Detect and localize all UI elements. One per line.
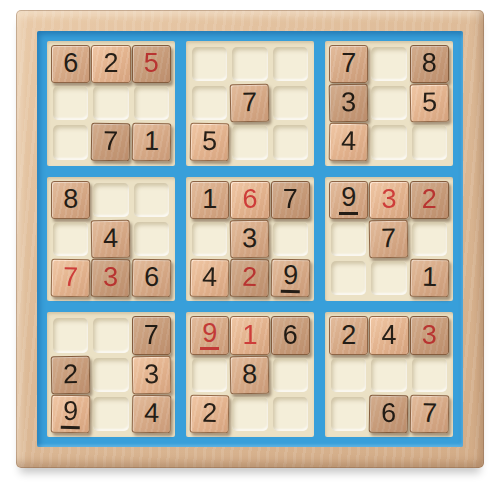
board-cell-r2c5[interactable]: 7: [232, 86, 267, 120]
board-cell-r4c2[interactable]: [93, 183, 128, 217]
number-tile[interactable]: 2: [91, 45, 130, 83]
board-cell-r9c6[interactable]: [273, 397, 308, 431]
board-cell-r6c3[interactable]: 6: [134, 261, 169, 295]
tile-digit: 7: [341, 51, 356, 77]
number-tile[interactable]: 8: [51, 181, 90, 219]
number-tile[interactable]: 4: [91, 220, 131, 259]
board-cell-r5c7[interactable]: [331, 222, 366, 256]
blue-inner-frame: 6257175783548473616734299327172394916822…: [37, 31, 463, 447]
tile-digit: 1: [144, 130, 159, 156]
sub-grid: 93271: [325, 177, 453, 302]
number-tile[interactable]: 9: [51, 394, 91, 433]
board-cell-r6c1[interactable]: 7: [53, 261, 88, 295]
board-cell-r4c8[interactable]: 3: [371, 183, 406, 217]
tile-digit: 2: [103, 51, 118, 77]
tile-digit: 1: [202, 187, 217, 213]
number-tile[interactable]: 6: [131, 259, 171, 298]
board-cell-r9c5[interactable]: [232, 397, 267, 431]
board-cell-r6c8[interactable]: [371, 261, 406, 295]
tile-digit: 5: [144, 51, 159, 77]
tile-digit: 3: [103, 265, 118, 291]
sub-grid: 84736: [47, 177, 175, 302]
number-tile[interactable]: 3: [410, 316, 449, 354]
tile-digit: 3: [341, 90, 356, 116]
board-cell-r6c2[interactable]: 3: [93, 261, 128, 295]
number-tile[interactable]: 3: [230, 220, 270, 259]
board-cell-r9c8[interactable]: 6: [371, 397, 406, 431]
number-tile[interactable]: 7: [409, 394, 449, 433]
board-cell-r9c9[interactable]: 7: [412, 397, 447, 431]
board-cell-r6c6[interactable]: 9: [273, 261, 308, 295]
tile-digit: 7: [242, 90, 257, 116]
board-cell-r5c5[interactable]: 3: [232, 222, 267, 256]
tile-digit: 8: [63, 187, 78, 213]
board-cell-r7c6[interactable]: 6: [273, 318, 308, 352]
tile-digit: 5: [202, 130, 217, 156]
board-cell-r1c7[interactable]: 7: [331, 47, 366, 81]
board-cell-r3c9[interactable]: [412, 125, 447, 159]
board-cell-r5c8[interactable]: 7: [371, 222, 406, 256]
sub-grid: 1673429: [186, 177, 314, 302]
number-tile[interactable]: 6: [230, 181, 269, 219]
board-cell-r6c5[interactable]: 2: [232, 261, 267, 295]
board-cell-r3c3[interactable]: 1: [134, 125, 169, 159]
board-cell-r5c9[interactable]: [412, 222, 447, 256]
tile-digit: 4: [103, 226, 118, 252]
board-cell-r4c3[interactable]: [134, 183, 169, 217]
board-cell-r7c9[interactable]: 3: [412, 318, 447, 352]
tile-digit: 3: [422, 323, 437, 349]
tile-digit: 1: [422, 265, 437, 291]
board-cell-r3c6[interactable]: [273, 125, 308, 159]
sub-grid: 62571: [47, 41, 175, 166]
number-tile[interactable]: 4: [329, 123, 369, 162]
board-cell-r4c1[interactable]: 8: [53, 183, 88, 217]
board-cell-r2c2[interactable]: [93, 86, 128, 120]
board-cell-r2c8[interactable]: [371, 86, 406, 120]
number-tile[interactable]: 7: [369, 220, 409, 259]
sub-grid: 24367: [325, 312, 453, 437]
tile-digit: 9: [61, 399, 81, 429]
tile-digit: 5: [422, 90, 437, 116]
tile-digit: 9: [281, 263, 301, 293]
board-cell-r9c7[interactable]: [331, 397, 366, 431]
board-cell-r5c1[interactable]: [53, 222, 88, 256]
tile-digit: 6: [242, 187, 257, 213]
tile-digit: 4: [144, 401, 159, 427]
number-tile[interactable]: 7: [271, 181, 310, 219]
number-tile[interactable]: 9: [270, 259, 310, 298]
board-cell-r7c1[interactable]: [53, 318, 88, 352]
tile-digit: 7: [422, 401, 437, 427]
number-tile[interactable]: 3: [369, 181, 408, 219]
board-cell-r8c4[interactable]: [192, 358, 227, 392]
board-cell-r5c3[interactable]: [134, 222, 169, 256]
sub-grid: 75: [186, 41, 314, 166]
number-tile[interactable]: 4: [131, 394, 171, 433]
board-cell-r1c2[interactable]: 2: [93, 47, 128, 81]
board-cell-r7c4[interactable]: 9: [192, 318, 227, 352]
tile-digit: 7: [144, 323, 159, 349]
number-tile[interactable]: 6: [51, 45, 90, 83]
board-cell-r4c9[interactable]: 2: [412, 183, 447, 217]
board-cell-r2c4[interactable]: [192, 86, 227, 120]
board-cell-r7c2[interactable]: [93, 318, 128, 352]
board-cell-r8c1[interactable]: 2: [53, 358, 88, 392]
sub-grid: 72394: [47, 312, 175, 437]
sub-grid: 91682: [186, 312, 314, 437]
number-tile[interactable]: 5: [190, 123, 230, 162]
number-tile[interactable]: 8: [230, 355, 270, 394]
sudoku-board-photo: 6257175783548473616734299327172394916822…: [0, 0, 500, 500]
tile-digit: 4: [381, 323, 396, 349]
number-tile[interactable]: 6: [369, 394, 409, 433]
tile-digit: 2: [202, 401, 217, 427]
number-tile[interactable]: 2: [410, 181, 449, 219]
board-cell-r5c2[interactable]: 4: [93, 222, 128, 256]
number-tile[interactable]: 2: [329, 316, 368, 354]
board-cell-r4c4[interactable]: 1: [192, 183, 227, 217]
number-tile[interactable]: 7: [329, 45, 368, 83]
board-cell-r8c7[interactable]: [331, 358, 366, 392]
board-cell-r3c8[interactable]: [371, 125, 406, 159]
board-cell-r2c1[interactable]: [53, 86, 88, 120]
number-tile[interactable]: 7: [230, 84, 270, 123]
board-cell-r6c9[interactable]: 1: [412, 261, 447, 295]
number-tile[interactable]: 4: [369, 316, 408, 354]
number-tile[interactable]: 3: [131, 355, 171, 394]
board-cell-r9c1[interactable]: 9: [53, 397, 88, 431]
board-cell-r6c7[interactable]: [331, 261, 366, 295]
board-cell-r8c2[interactable]: [93, 358, 128, 392]
number-tile[interactable]: 7: [51, 259, 91, 298]
board-cell-r8c8[interactable]: [371, 358, 406, 392]
number-tile[interactable]: 9: [329, 181, 368, 219]
number-tile[interactable]: 4: [190, 259, 230, 298]
tile-digit: 7: [283, 187, 298, 213]
board-cell-r7c8[interactable]: 4: [371, 318, 406, 352]
board-cell-r3c2[interactable]: 7: [93, 125, 128, 159]
number-tile[interactable]: 5: [409, 84, 449, 123]
board-cell-r7c3[interactable]: 7: [134, 318, 169, 352]
number-tile[interactable]: 5: [132, 45, 171, 83]
number-tile[interactable]: 3: [329, 84, 369, 123]
tile-digit: 9: [200, 321, 219, 351]
board-cell-r4c6[interactable]: 7: [273, 183, 308, 217]
tile-digit: 3: [242, 226, 257, 252]
board-cell-r1c6[interactable]: [273, 47, 308, 81]
board-cell-r3c1[interactable]: [53, 125, 88, 159]
tile-digit: 6: [144, 265, 159, 291]
board-cell-r2c9[interactable]: 5: [412, 86, 447, 120]
board-cell-r3c4[interactable]: 5: [192, 125, 227, 159]
tile-digit: 3: [381, 187, 396, 213]
number-tile[interactable]: 7: [91, 123, 131, 162]
board-cell-r1c3[interactable]: 5: [134, 47, 169, 81]
number-tile[interactable]: 1: [190, 181, 229, 219]
number-tile[interactable]: 8: [410, 45, 449, 83]
board-cell-r3c5[interactable]: [232, 125, 267, 159]
number-tile[interactable]: 7: [132, 316, 171, 354]
sub-grid: 78354: [325, 41, 453, 166]
board-cell-r5c6[interactable]: [273, 222, 308, 256]
tile-digit: 2: [63, 362, 78, 388]
board-cell-r1c8[interactable]: [371, 47, 406, 81]
number-tile[interactable]: 1: [409, 259, 449, 298]
board-cell-r2c6[interactable]: [273, 86, 308, 120]
sudoku-grid: 6257175783548473616734299327172394916822…: [47, 41, 453, 437]
board-cell-r3c7[interactable]: 4: [331, 125, 366, 159]
tile-digit: 1: [242, 323, 257, 349]
board-cell-r1c9[interactable]: 8: [412, 47, 447, 81]
board-cell-r2c3[interactable]: [134, 86, 169, 120]
wooden-frame: 6257175783548473616734299327172394916822…: [16, 10, 484, 468]
board-cell-r7c7[interactable]: 2: [331, 318, 366, 352]
tile-digit: 3: [144, 362, 159, 388]
number-tile[interactable]: 2: [190, 394, 230, 433]
board-cell-r4c7[interactable]: 9: [331, 183, 366, 217]
board-cell-r8c6[interactable]: [273, 358, 308, 392]
board-cell-r2c7[interactable]: 3: [331, 86, 366, 120]
board-cell-r8c9[interactable]: [412, 358, 447, 392]
tile-digit: 4: [341, 130, 356, 156]
board-cell-r8c3[interactable]: 3: [134, 358, 169, 392]
board-cell-r7c5[interactable]: 1: [232, 318, 267, 352]
number-tile[interactable]: 2: [51, 355, 91, 394]
tile-digit: 9: [339, 185, 358, 215]
number-tile[interactable]: 2: [230, 259, 270, 298]
tile-digit: 8: [242, 362, 257, 388]
board-cell-r1c5[interactable]: [232, 47, 267, 81]
tile-digit: 2: [422, 187, 437, 213]
number-tile[interactable]: 6: [271, 316, 310, 354]
board-cell-r8c5[interactable]: 8: [232, 358, 267, 392]
tile-digit: 7: [103, 130, 118, 156]
tile-digit: 7: [381, 226, 396, 252]
tile-digit: 6: [283, 323, 298, 349]
tile-digit: 4: [202, 265, 217, 291]
tile-digit: 6: [381, 401, 396, 427]
board-cell-r9c2[interactable]: [93, 397, 128, 431]
number-tile[interactable]: 1: [131, 123, 171, 162]
board-cell-r4c5[interactable]: 6: [232, 183, 267, 217]
board-cell-r6c4[interactable]: 4: [192, 261, 227, 295]
board-cell-r9c4[interactable]: 2: [192, 397, 227, 431]
tile-digit: 2: [341, 323, 356, 349]
number-tile[interactable]: 3: [91, 259, 131, 298]
board-cell-r9c3[interactable]: 4: [134, 397, 169, 431]
tile-digit: 8: [422, 51, 437, 77]
board-cell-r1c1[interactable]: 6: [53, 47, 88, 81]
number-tile[interactable]: 1: [230, 316, 269, 354]
tile-digit: 2: [242, 265, 257, 291]
board-cell-r5c4[interactable]: [192, 222, 227, 256]
tile-digit: 7: [63, 265, 78, 291]
tile-digit: 6: [63, 51, 78, 77]
number-tile[interactable]: 9: [190, 316, 229, 354]
board-cell-r1c4[interactable]: [192, 47, 227, 81]
